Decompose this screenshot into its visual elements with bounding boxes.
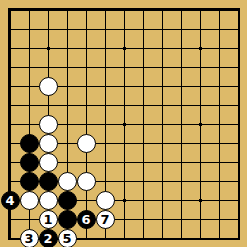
star-point xyxy=(123,123,126,126)
move-number-label: 3 xyxy=(24,231,33,244)
star-point xyxy=(199,199,202,202)
move-number-label: 1 xyxy=(43,212,52,225)
stone-white xyxy=(39,115,58,134)
stone-black xyxy=(20,153,39,172)
stone-white xyxy=(77,134,96,153)
stone-black xyxy=(20,172,39,191)
grid-line-vertical xyxy=(238,10,239,239)
stone-white xyxy=(39,134,58,153)
stone-white xyxy=(77,172,96,191)
go-diagram: 4167325 xyxy=(0,0,247,247)
stone-white: 1 xyxy=(39,210,58,229)
stone-white xyxy=(20,191,39,210)
stone-white xyxy=(39,191,58,210)
move-number-label: 2 xyxy=(43,231,52,244)
stone-black xyxy=(20,134,39,153)
stone-black: 2 xyxy=(39,229,58,247)
grid-line-vertical xyxy=(181,10,182,239)
star-point xyxy=(199,47,202,50)
grid-line-vertical xyxy=(219,10,220,239)
go-board: 4167325 xyxy=(0,0,247,247)
stone-black xyxy=(39,172,58,191)
stone-white: 7 xyxy=(96,210,115,229)
stone-black xyxy=(58,210,77,229)
stone-black: 6 xyxy=(77,210,96,229)
stone-white xyxy=(96,191,115,210)
grid-line-vertical xyxy=(143,10,144,239)
stone-white xyxy=(39,77,58,96)
move-number-label: 7 xyxy=(100,212,109,225)
move-number-label: 4 xyxy=(5,193,14,206)
move-number-label: 5 xyxy=(62,231,71,244)
stone-white xyxy=(39,153,58,172)
stone-black: 4 xyxy=(1,191,20,210)
stone-white: 5 xyxy=(58,229,77,247)
star-point xyxy=(199,123,202,126)
star-point xyxy=(123,199,126,202)
stone-white xyxy=(58,172,77,191)
star-point xyxy=(47,47,50,50)
star-point xyxy=(123,47,126,50)
stone-white: 3 xyxy=(20,229,39,247)
stone-black xyxy=(58,191,77,210)
grid-line-vertical xyxy=(162,10,163,239)
move-number-label: 6 xyxy=(81,212,90,225)
